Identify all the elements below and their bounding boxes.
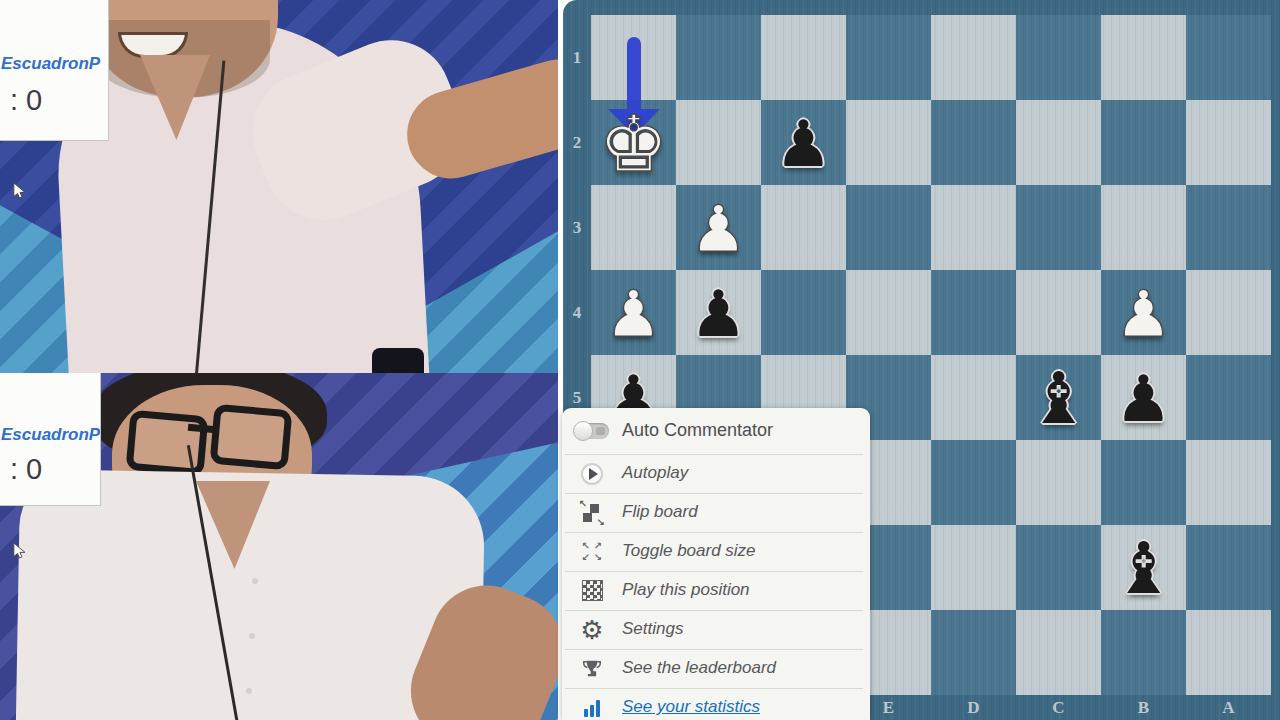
board-square[interactable]	[676, 15, 761, 100]
shirt-button	[246, 688, 252, 694]
menu-item-auto-commentator[interactable]: Auto Commentator	[562, 408, 870, 454]
menu-item-see-your-statistics[interactable]: See your statistics	[562, 688, 870, 720]
file-label: B	[1101, 695, 1186, 720]
menu-item-label: Toggle board size	[622, 542, 756, 561]
mouse-cursor	[13, 543, 27, 559]
board-square[interactable]	[591, 185, 676, 270]
shirt-button	[252, 578, 258, 584]
board-square[interactable]	[1186, 525, 1271, 610]
board-square[interactable]	[1016, 440, 1101, 525]
board-square[interactable]	[761, 270, 846, 355]
rank-label: 4	[563, 270, 591, 355]
player-name: EscuadronP	[1, 54, 108, 74]
file-label: C	[1016, 695, 1101, 720]
chess-piece-black-b[interactable]: ♝	[1016, 355, 1101, 440]
board-square[interactable]	[931, 355, 1016, 440]
chess-piece-black-b[interactable]: ♝	[1101, 525, 1186, 610]
board-square[interactable]	[931, 270, 1016, 355]
menu-item-play-this-position[interactable]: Play this position	[562, 571, 870, 610]
play-circle-icon	[574, 463, 610, 485]
bar-chart-icon	[574, 699, 610, 717]
glasses-left-lens	[126, 410, 209, 477]
menu-item-see-the-leaderboard[interactable]: See the leaderboard	[562, 649, 870, 688]
board-square[interactable]	[676, 100, 761, 185]
board-square[interactable]	[931, 185, 1016, 270]
board-square[interactable]	[1101, 610, 1186, 695]
menu-item-label: See the leaderboard	[622, 659, 776, 678]
board-square[interactable]	[931, 15, 1016, 100]
menu-item-label: Play this position	[622, 581, 750, 600]
board-square[interactable]	[1186, 270, 1271, 355]
board-square[interactable]	[1016, 185, 1101, 270]
board-square[interactable]	[931, 525, 1016, 610]
board-square[interactable]	[1016, 15, 1101, 100]
menu-item-label: Flip board	[622, 503, 698, 522]
board-square[interactable]	[1186, 185, 1271, 270]
board-square[interactable]	[1186, 440, 1271, 525]
board-square[interactable]	[1016, 525, 1101, 610]
trophy-icon	[574, 658, 610, 680]
menu-item-flip-board[interactable]: ↖↘ Flip board	[562, 493, 870, 532]
player-name: EscuadronP	[1, 425, 100, 445]
chess-piece-white-k[interactable]: ♚	[591, 100, 676, 185]
board-square[interactable]	[846, 15, 931, 100]
board-square[interactable]	[931, 440, 1016, 525]
menu-item-label: Settings	[622, 620, 683, 639]
glasses-right-lens	[210, 404, 293, 471]
chair-edge	[372, 348, 424, 373]
board-square[interactable]	[1186, 15, 1271, 100]
board-square[interactable]	[1016, 610, 1101, 695]
toggle-switch-icon[interactable]	[574, 423, 610, 439]
board-square[interactable]	[846, 100, 931, 185]
flip-board-icon: ↖↘	[574, 502, 610, 524]
board-square[interactable]	[1186, 355, 1271, 440]
board-square[interactable]	[1186, 100, 1271, 185]
chess-piece-white-p[interactable]: ♟	[676, 185, 761, 270]
checkerboard-icon	[574, 580, 610, 601]
rank-label: 2	[563, 100, 591, 185]
score-value: : 0	[10, 84, 42, 117]
board-square[interactable]	[931, 100, 1016, 185]
board-square[interactable]	[1101, 100, 1186, 185]
score-panel-top: EscuadronP : 0	[0, 0, 109, 141]
board-square[interactable]	[761, 15, 846, 100]
board-context-menu: Auto Commentator Autoplay ↖↘ Flip board …	[562, 408, 870, 720]
menu-item-label: Auto Commentator	[622, 421, 773, 441]
board-square[interactable]	[1101, 440, 1186, 525]
board-square[interactable]	[761, 185, 846, 270]
score-value: : 0	[10, 453, 42, 486]
board-square[interactable]	[1101, 15, 1186, 100]
board-square[interactable]	[1101, 185, 1186, 270]
resize-arrows-icon: ↖↗↙↘	[574, 540, 610, 564]
menu-item-settings[interactable]: ⚙ Settings	[562, 610, 870, 649]
menu-item-autoplay[interactable]: Autoplay	[562, 454, 870, 493]
board-square[interactable]	[1016, 100, 1101, 185]
gear-icon: ⚙	[574, 617, 610, 643]
shirt-button	[249, 633, 255, 639]
score-panel-bottom: EscuadronP : 0	[0, 373, 101, 506]
board-square[interactable]	[846, 185, 931, 270]
board-square[interactable]	[846, 270, 931, 355]
rank-label: 3	[563, 185, 591, 270]
board-square[interactable]	[1186, 610, 1271, 695]
chess-piece-black-p[interactable]: ♟	[761, 100, 846, 185]
chess-piece-black-p[interactable]: ♟	[1101, 355, 1186, 440]
chess-piece-white-p[interactable]: ♟	[591, 270, 676, 355]
chess-piece-black-p[interactable]: ♟	[676, 270, 761, 355]
menu-item-label: Autoplay	[622, 464, 688, 483]
menu-item-toggle-board-size[interactable]: ↖↗↙↘ Toggle board size	[562, 532, 870, 571]
file-label: D	[931, 695, 1016, 720]
chess-piece-white-p[interactable]: ♟	[1101, 270, 1186, 355]
menu-item-label: See your statistics	[622, 698, 760, 717]
mouse-cursor	[13, 183, 27, 199]
board-square[interactable]	[1016, 270, 1101, 355]
file-label: A	[1186, 695, 1271, 720]
rank-label: 1	[563, 15, 591, 100]
board-square[interactable]	[931, 610, 1016, 695]
